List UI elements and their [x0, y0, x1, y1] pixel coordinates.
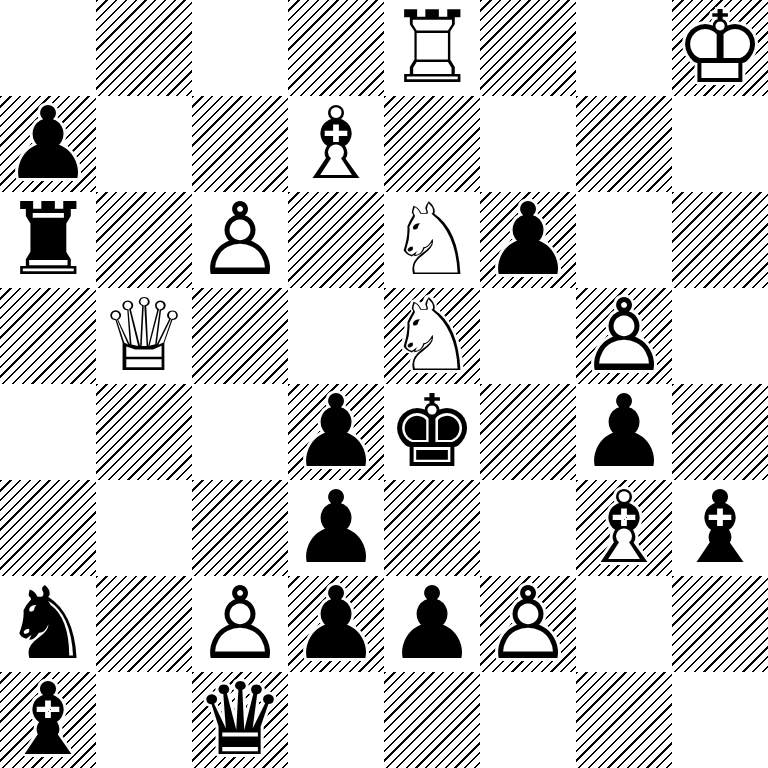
piece-glyph: ♗: [288, 96, 384, 192]
square-a4[interactable]: [0, 384, 96, 480]
piece-glyph: ♙: [192, 576, 288, 672]
square-d2[interactable]: ♟♟: [288, 576, 384, 672]
square-b1[interactable]: [96, 672, 192, 768]
square-b8[interactable]: [96, 0, 192, 96]
square-h5[interactable]: [672, 288, 768, 384]
square-g6[interactable]: [576, 192, 672, 288]
square-g7[interactable]: [576, 96, 672, 192]
square-b6[interactable]: [96, 192, 192, 288]
square-c8[interactable]: [192, 0, 288, 96]
square-h6[interactable]: [672, 192, 768, 288]
square-b2[interactable]: [96, 576, 192, 672]
white-rook-piece: ♜♖: [384, 0, 480, 96]
square-e7[interactable]: [384, 96, 480, 192]
square-e2[interactable]: ♟♟: [384, 576, 480, 672]
white-bishop-piece: ♝♗: [288, 96, 384, 192]
white-pawn-piece: ♟♙: [576, 288, 672, 384]
white-pawn-piece: ♟♙: [480, 576, 576, 672]
square-b5[interactable]: ♛♕: [96, 288, 192, 384]
piece-glyph: ♘: [384, 288, 480, 384]
square-c2[interactable]: ♟♙: [192, 576, 288, 672]
white-queen-piece: ♛♕: [96, 288, 192, 384]
square-e5[interactable]: ♞♘: [384, 288, 480, 384]
square-d1[interactable]: [288, 672, 384, 768]
square-c6[interactable]: ♟♙: [192, 192, 288, 288]
chess-board: ♜♖♚♔♟♟♝♗♜♜♟♙♞♘♟♟♛♕♞♘♟♙♟♟♚♚♟♟♟♟♝♗♝♝♞♞♟♙♟♟…: [0, 0, 768, 768]
black-queen-piece: ♛♛: [192, 672, 288, 768]
piece-glyph: ♕: [96, 288, 192, 384]
piece-glyph: ♙: [192, 192, 288, 288]
black-pawn-piece: ♟♟: [288, 576, 384, 672]
square-a6[interactable]: ♜♜: [0, 192, 96, 288]
piece-glyph: ♛: [192, 672, 288, 768]
white-knight-piece: ♞♘: [384, 192, 480, 288]
piece-glyph: ♖: [384, 0, 480, 96]
square-h4[interactable]: [672, 384, 768, 480]
square-e4[interactable]: ♚♚: [384, 384, 480, 480]
square-e6[interactable]: ♞♘: [384, 192, 480, 288]
square-a1[interactable]: ♝♝: [0, 672, 96, 768]
piece-glyph: ♗: [576, 480, 672, 576]
square-h1[interactable]: [672, 672, 768, 768]
square-d8[interactable]: [288, 0, 384, 96]
square-a7[interactable]: ♟♟: [0, 96, 96, 192]
piece-glyph: ♘: [384, 192, 480, 288]
piece-glyph: ♟: [288, 576, 384, 672]
square-f3[interactable]: [480, 480, 576, 576]
piece-glyph: ♜: [0, 192, 96, 288]
square-g1[interactable]: [576, 672, 672, 768]
square-c4[interactable]: [192, 384, 288, 480]
piece-glyph: ♚: [384, 384, 480, 480]
square-a8[interactable]: [0, 0, 96, 96]
square-h2[interactable]: [672, 576, 768, 672]
piece-glyph: ♝: [0, 672, 96, 768]
black-pawn-piece: ♟♟: [384, 576, 480, 672]
white-pawn-piece: ♟♙: [192, 576, 288, 672]
square-f7[interactable]: [480, 96, 576, 192]
white-king-piece: ♚♔: [672, 0, 768, 96]
black-knight-piece: ♞♞: [0, 576, 96, 672]
square-g4[interactable]: ♟♟: [576, 384, 672, 480]
square-d6[interactable]: [288, 192, 384, 288]
piece-glyph: ♝: [672, 480, 768, 576]
piece-glyph: ♟: [480, 192, 576, 288]
black-pawn-piece: ♟♟: [576, 384, 672, 480]
piece-glyph: ♟: [0, 96, 96, 192]
square-g5[interactable]: ♟♙: [576, 288, 672, 384]
square-f5[interactable]: [480, 288, 576, 384]
black-bishop-piece: ♝♝: [672, 480, 768, 576]
square-h8[interactable]: ♚♔: [672, 0, 768, 96]
square-e8[interactable]: ♜♖: [384, 0, 480, 96]
square-a2[interactable]: ♞♞: [0, 576, 96, 672]
square-g3[interactable]: ♝♗: [576, 480, 672, 576]
square-a5[interactable]: [0, 288, 96, 384]
square-f6[interactable]: ♟♟: [480, 192, 576, 288]
piece-glyph: ♟: [384, 576, 480, 672]
square-e1[interactable]: [384, 672, 480, 768]
square-b4[interactable]: [96, 384, 192, 480]
square-f1[interactable]: [480, 672, 576, 768]
square-d3[interactable]: ♟♟: [288, 480, 384, 576]
square-f8[interactable]: [480, 0, 576, 96]
square-g8[interactable]: [576, 0, 672, 96]
piece-glyph: ♞: [0, 576, 96, 672]
square-f4[interactable]: [480, 384, 576, 480]
piece-glyph: ♟: [288, 480, 384, 576]
square-b3[interactable]: [96, 480, 192, 576]
square-a3[interactable]: [0, 480, 96, 576]
piece-glyph: ♔: [672, 0, 768, 96]
square-d5[interactable]: [288, 288, 384, 384]
black-pawn-piece: ♟♟: [0, 96, 96, 192]
square-b7[interactable]: [96, 96, 192, 192]
piece-glyph: ♟: [576, 384, 672, 480]
square-h7[interactable]: [672, 96, 768, 192]
square-d4[interactable]: ♟♟: [288, 384, 384, 480]
black-pawn-piece: ♟♟: [288, 480, 384, 576]
square-g2[interactable]: [576, 576, 672, 672]
square-f2[interactable]: ♟♙: [480, 576, 576, 672]
square-c1[interactable]: ♛♛: [192, 672, 288, 768]
black-rook-piece: ♜♜: [0, 192, 96, 288]
white-bishop-piece: ♝♗: [576, 480, 672, 576]
black-pawn-piece: ♟♟: [288, 384, 384, 480]
square-c3[interactable]: [192, 480, 288, 576]
piece-glyph: ♟: [288, 384, 384, 480]
square-h3[interactable]: ♝♝: [672, 480, 768, 576]
square-e3[interactable]: [384, 480, 480, 576]
square-c7[interactable]: [192, 96, 288, 192]
piece-glyph: ♙: [480, 576, 576, 672]
piece-glyph: ♙: [576, 288, 672, 384]
white-knight-piece: ♞♘: [384, 288, 480, 384]
square-d7[interactable]: ♝♗: [288, 96, 384, 192]
black-pawn-piece: ♟♟: [480, 192, 576, 288]
square-c5[interactable]: [192, 288, 288, 384]
white-pawn-piece: ♟♙: [192, 192, 288, 288]
black-king-piece: ♚♚: [384, 384, 480, 480]
black-bishop-piece: ♝♝: [0, 672, 96, 768]
